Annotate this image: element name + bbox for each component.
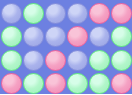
board-cell [44, 24, 66, 48]
ball-pink[interactable] [111, 73, 132, 94]
ball-pink[interactable] [1, 73, 22, 94]
ball-pink[interactable] [111, 3, 132, 24]
board-cell [66, 71, 88, 95]
board-cell [0, 24, 22, 48]
ball-green[interactable] [89, 50, 110, 71]
board-cell [66, 47, 88, 71]
ball-green[interactable] [1, 50, 22, 71]
ball-blue[interactable] [67, 50, 88, 71]
ball-green[interactable] [111, 26, 132, 47]
ball-pink[interactable] [67, 26, 88, 47]
board-cell [44, 0, 66, 24]
board-cell [44, 71, 66, 95]
ball-green[interactable] [23, 3, 44, 24]
board-cell [0, 0, 22, 24]
board-cell [22, 71, 44, 95]
board-cell [0, 47, 22, 71]
board-cell [22, 0, 44, 24]
ball-pink[interactable] [89, 3, 110, 24]
ball-blue[interactable] [23, 50, 44, 71]
board-cell [22, 24, 44, 48]
ball-blue[interactable] [67, 3, 88, 24]
ball-green[interactable] [89, 73, 110, 94]
board-cell [110, 71, 132, 95]
ball-pink[interactable] [45, 50, 66, 71]
board-cell [88, 0, 110, 24]
ball-green[interactable] [67, 73, 88, 94]
board-cell [44, 47, 66, 71]
board-cell [88, 71, 110, 95]
ball-green[interactable] [23, 73, 44, 94]
ball-blue[interactable] [45, 3, 66, 24]
board-cell [66, 24, 88, 48]
ball-green[interactable] [111, 50, 132, 71]
ball-blue[interactable] [89, 26, 110, 47]
board-cell [110, 47, 132, 71]
ball-blue[interactable] [45, 26, 66, 47]
board-cell [66, 0, 88, 24]
board-cell [0, 71, 22, 95]
board-cell [22, 47, 44, 71]
bubble-grid [0, 0, 132, 94]
ball-blue[interactable] [23, 26, 44, 47]
board-cell [110, 24, 132, 48]
ball-green[interactable] [1, 26, 22, 47]
board-cell [88, 24, 110, 48]
ball-blue[interactable] [1, 3, 22, 24]
game-board [0, 0, 132, 94]
board-cell [88, 47, 110, 71]
board-cell [110, 0, 132, 24]
ball-pink[interactable] [45, 73, 66, 94]
